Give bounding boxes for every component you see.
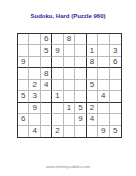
cell-r4c4 bbox=[52, 68, 63, 79]
cell-r3c3 bbox=[41, 57, 52, 68]
cell-r7c7: 2 bbox=[87, 103, 98, 114]
cell-r5c5 bbox=[64, 80, 75, 91]
cell-r1c5: 8 bbox=[64, 34, 75, 45]
cell-r9c5 bbox=[64, 126, 75, 137]
cell-r8c2 bbox=[29, 114, 40, 125]
cell-r9c7 bbox=[87, 126, 98, 137]
cell-r9c3 bbox=[41, 126, 52, 137]
cell-r4c8 bbox=[98, 68, 109, 79]
sudoku-grid: 6859139868245531491526944295 bbox=[17, 33, 122, 138]
cell-r2c2 bbox=[29, 45, 40, 56]
cell-r1c1 bbox=[18, 34, 29, 45]
sudoku-print-page: Sudoku, Hard (Puzzle 960) 68591398682455… bbox=[0, 0, 136, 176]
cell-r9c2: 4 bbox=[29, 126, 40, 137]
cell-r4c7 bbox=[87, 68, 98, 79]
cell-r4c2 bbox=[29, 68, 40, 79]
cell-r2c6 bbox=[75, 45, 86, 56]
cell-r8c8 bbox=[98, 114, 109, 125]
cell-r2c4: 9 bbox=[52, 45, 63, 56]
cell-r7c8 bbox=[98, 103, 109, 114]
cell-r7c6: 5 bbox=[75, 103, 86, 114]
cell-r9c1 bbox=[18, 126, 29, 137]
cell-r6c2: 3 bbox=[29, 91, 40, 102]
cell-r8c6: 9 bbox=[75, 114, 86, 125]
cell-r7c3 bbox=[41, 103, 52, 114]
cell-r3c9: 6 bbox=[110, 57, 121, 68]
cell-r8c3 bbox=[41, 114, 52, 125]
cell-r8c4 bbox=[52, 114, 63, 125]
cell-r4c5 bbox=[64, 68, 75, 79]
cell-r7c4 bbox=[52, 103, 63, 114]
cell-r4c3: 8 bbox=[41, 68, 52, 79]
cell-r5c9 bbox=[110, 80, 121, 91]
cell-r3c1: 9 bbox=[18, 57, 29, 68]
cell-r1c7 bbox=[87, 34, 98, 45]
cell-r2c8 bbox=[98, 45, 109, 56]
cell-r3c7: 8 bbox=[87, 57, 98, 68]
cell-r6c6 bbox=[75, 91, 86, 102]
cell-r6c3 bbox=[41, 91, 52, 102]
cell-r4c1 bbox=[18, 68, 29, 79]
cell-r7c1 bbox=[18, 103, 29, 114]
cell-r5c6 bbox=[75, 80, 86, 91]
cell-r3c8 bbox=[98, 57, 109, 68]
cell-r6c1: 5 bbox=[18, 91, 29, 102]
cell-r8c1: 6 bbox=[18, 114, 29, 125]
cell-r2c5 bbox=[64, 45, 75, 56]
page-title: Sudoku, Hard (Puzzle 960) bbox=[0, 13, 136, 19]
cell-r6c9 bbox=[110, 91, 121, 102]
cell-r6c7 bbox=[87, 91, 98, 102]
cell-r1c3: 6 bbox=[41, 34, 52, 45]
footer-url: www.printmysudoku.com bbox=[0, 164, 136, 169]
cell-r9c4: 2 bbox=[52, 126, 63, 137]
cell-r7c2: 9 bbox=[29, 103, 40, 114]
cell-r9c6 bbox=[75, 126, 86, 137]
cell-r6c8: 4 bbox=[98, 91, 109, 102]
cell-r4c6 bbox=[75, 68, 86, 79]
cell-r7c5: 1 bbox=[64, 103, 75, 114]
cell-r3c2 bbox=[29, 57, 40, 68]
cell-r1c2 bbox=[29, 34, 40, 45]
cell-r9c9: 5 bbox=[110, 126, 121, 137]
cell-r5c2: 2 bbox=[29, 80, 40, 91]
cell-r5c3: 4 bbox=[41, 80, 52, 91]
cell-r8c5 bbox=[64, 114, 75, 125]
cell-r1c4 bbox=[52, 34, 63, 45]
cell-r5c1 bbox=[18, 80, 29, 91]
cell-r1c6 bbox=[75, 34, 86, 45]
cell-r3c6 bbox=[75, 57, 86, 68]
cell-r7c9 bbox=[110, 103, 121, 114]
cell-r9c8: 9 bbox=[98, 126, 109, 137]
cell-r3c4 bbox=[52, 57, 63, 68]
cell-r5c8 bbox=[98, 80, 109, 91]
cell-r1c9 bbox=[110, 34, 121, 45]
cell-r1c8 bbox=[98, 34, 109, 45]
cell-r4c9 bbox=[110, 68, 121, 79]
cell-r2c7: 1 bbox=[87, 45, 98, 56]
cell-r8c7: 4 bbox=[87, 114, 98, 125]
cell-r5c7: 5 bbox=[87, 80, 98, 91]
cell-r2c3: 5 bbox=[41, 45, 52, 56]
cell-r5c4 bbox=[52, 80, 63, 91]
cell-r2c1 bbox=[18, 45, 29, 56]
cell-r8c9 bbox=[110, 114, 121, 125]
cell-r2c9: 3 bbox=[110, 45, 121, 56]
cell-r6c4: 1 bbox=[52, 91, 63, 102]
cell-r3c5 bbox=[64, 57, 75, 68]
cell-r6c5 bbox=[64, 91, 75, 102]
